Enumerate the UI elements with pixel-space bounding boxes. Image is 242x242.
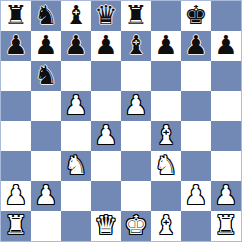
- square-a1[interactable]: ♜: [1, 211, 31, 241]
- white-pawn-piece: ♟: [124, 90, 147, 120]
- square-b3[interactable]: [31, 151, 61, 181]
- square-f7[interactable]: ♟: [151, 31, 181, 61]
- black-pawn-piece: ♟: [94, 30, 117, 60]
- black-pawn-piece: ♟: [4, 30, 27, 60]
- square-a7[interactable]: ♟: [1, 31, 31, 61]
- square-e5[interactable]: ♟: [121, 91, 151, 121]
- square-d2[interactable]: [91, 181, 121, 211]
- square-d1[interactable]: ♛: [91, 211, 121, 241]
- square-h7[interactable]: ♟: [211, 31, 241, 61]
- black-bishop-piece: ♝: [124, 30, 147, 60]
- square-g1[interactable]: [181, 211, 211, 241]
- square-b6[interactable]: ♞: [31, 61, 61, 91]
- chess-board: ♜♞♝♛♜♚♟♟♟♟♝♟♟♟♞♟♟♟♝♞♞♟♟♟♟♜♛♚♝♜: [1, 1, 241, 241]
- white-pawn-piece: ♟: [34, 180, 57, 210]
- square-c7[interactable]: ♟: [61, 31, 91, 61]
- square-g7[interactable]: ♟: [181, 31, 211, 61]
- square-d7[interactable]: ♟: [91, 31, 121, 61]
- square-a6[interactable]: [1, 61, 31, 91]
- square-b5[interactable]: [31, 91, 61, 121]
- square-e6[interactable]: [121, 61, 151, 91]
- square-f4[interactable]: ♝: [151, 121, 181, 151]
- square-d5[interactable]: [91, 91, 121, 121]
- square-g2[interactable]: ♟: [181, 181, 211, 211]
- white-pawn-piece: ♟: [64, 90, 87, 120]
- square-c2[interactable]: [61, 181, 91, 211]
- square-g4[interactable]: [181, 121, 211, 151]
- square-b1[interactable]: [31, 211, 61, 241]
- white-queen-piece: ♛: [94, 210, 117, 240]
- white-bishop-piece: ♝: [154, 120, 177, 150]
- white-rook-piece: ♜: [214, 210, 237, 240]
- square-h6[interactable]: [211, 61, 241, 91]
- square-a5[interactable]: [1, 91, 31, 121]
- black-knight-piece: ♞: [34, 60, 57, 90]
- black-king-piece: ♚: [184, 0, 207, 30]
- white-king-piece: ♚: [124, 210, 147, 240]
- black-bishop-piece: ♝: [64, 0, 87, 30]
- square-e1[interactable]: ♚: [121, 211, 151, 241]
- white-knight-piece: ♞: [64, 150, 87, 180]
- square-h1[interactable]: ♜: [211, 211, 241, 241]
- square-f1[interactable]: ♝: [151, 211, 181, 241]
- black-pawn-piece: ♟: [34, 30, 57, 60]
- black-rook-piece: ♜: [124, 0, 147, 30]
- square-d6[interactable]: [91, 61, 121, 91]
- square-a3[interactable]: [1, 151, 31, 181]
- square-c3[interactable]: ♞: [61, 151, 91, 181]
- square-h5[interactable]: [211, 91, 241, 121]
- square-d3[interactable]: [91, 151, 121, 181]
- white-pawn-piece: ♟: [214, 180, 237, 210]
- black-pawn-piece: ♟: [184, 30, 207, 60]
- black-pawn-piece: ♟: [214, 30, 237, 60]
- square-h2[interactable]: ♟: [211, 181, 241, 211]
- white-bishop-piece: ♝: [154, 210, 177, 240]
- white-knight-piece: ♞: [154, 150, 177, 180]
- black-rook-piece: ♜: [4, 0, 27, 30]
- square-f3[interactable]: ♞: [151, 151, 181, 181]
- black-pawn-piece: ♟: [154, 30, 177, 60]
- chess-board-frame: ♜♞♝♛♜♚♟♟♟♟♝♟♟♟♞♟♟♟♝♞♞♟♟♟♟♜♛♚♝♜: [0, 0, 242, 242]
- square-f6[interactable]: [151, 61, 181, 91]
- white-pawn-piece: ♟: [184, 180, 207, 210]
- square-g5[interactable]: [181, 91, 211, 121]
- square-e2[interactable]: [121, 181, 151, 211]
- square-c8[interactable]: ♝: [61, 1, 91, 31]
- square-a2[interactable]: ♟: [1, 181, 31, 211]
- square-g6[interactable]: [181, 61, 211, 91]
- square-f8[interactable]: [151, 1, 181, 31]
- square-b8[interactable]: ♞: [31, 1, 61, 31]
- square-c5[interactable]: ♟: [61, 91, 91, 121]
- square-g3[interactable]: [181, 151, 211, 181]
- black-pawn-piece: ♟: [64, 30, 87, 60]
- square-b7[interactable]: ♟: [31, 31, 61, 61]
- square-h8[interactable]: [211, 1, 241, 31]
- square-b2[interactable]: ♟: [31, 181, 61, 211]
- square-d4[interactable]: ♟: [91, 121, 121, 151]
- white-rook-piece: ♜: [4, 210, 27, 240]
- square-e8[interactable]: ♜: [121, 1, 151, 31]
- square-d8[interactable]: ♛: [91, 1, 121, 31]
- square-f2[interactable]: [151, 181, 181, 211]
- square-a8[interactable]: ♜: [1, 1, 31, 31]
- square-c6[interactable]: [61, 61, 91, 91]
- square-g8[interactable]: ♚: [181, 1, 211, 31]
- square-e3[interactable]: [121, 151, 151, 181]
- square-h3[interactable]: [211, 151, 241, 181]
- square-e4[interactable]: [121, 121, 151, 151]
- square-h4[interactable]: [211, 121, 241, 151]
- square-a4[interactable]: [1, 121, 31, 151]
- black-queen-piece: ♛: [94, 0, 117, 30]
- black-knight-piece: ♞: [34, 0, 57, 30]
- square-c1[interactable]: [61, 211, 91, 241]
- square-e7[interactable]: ♝: [121, 31, 151, 61]
- square-f5[interactable]: [151, 91, 181, 121]
- white-pawn-piece: ♟: [94, 120, 117, 150]
- square-c4[interactable]: [61, 121, 91, 151]
- square-b4[interactable]: [31, 121, 61, 151]
- white-pawn-piece: ♟: [4, 180, 27, 210]
